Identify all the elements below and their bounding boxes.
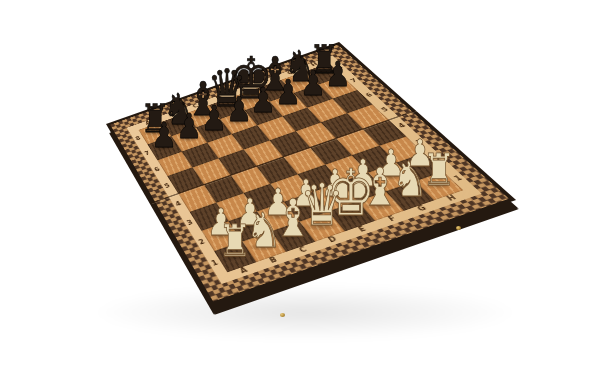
chess-board: AABBCCDDEEFFGGHH1122334455667788 bbox=[106, 42, 516, 306]
board-contact-shadow bbox=[90, 285, 520, 340]
photo-canvas: AABBCCDDEEFFGGHH1122334455667788 ♜♞♝♛♚♝♞… bbox=[0, 0, 600, 380]
brass-clasp-right bbox=[456, 226, 461, 230]
brass-clasp-bottom bbox=[280, 313, 285, 317]
